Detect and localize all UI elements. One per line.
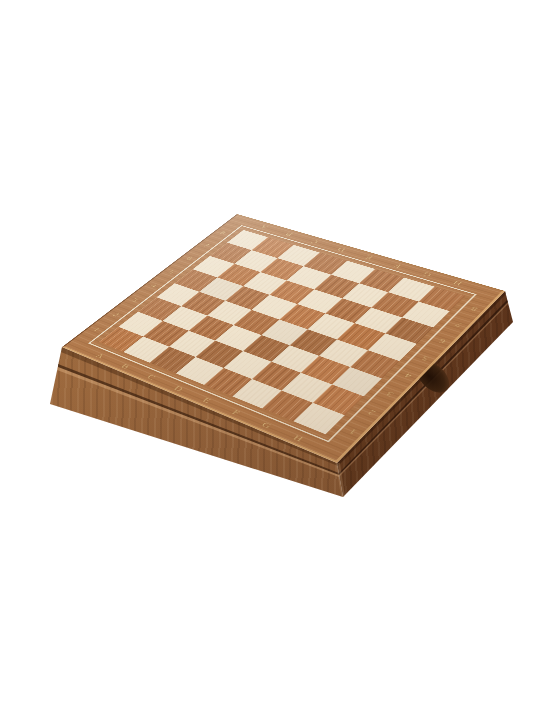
file-label-far-a: A — [259, 224, 270, 230]
file-label-far-g: G — [421, 271, 433, 278]
file-label-near-e: E — [201, 396, 213, 404]
rank-label-left-2: 2 — [111, 312, 120, 318]
file-label-near-h: H — [292, 433, 306, 442]
file-label-near-g: G — [260, 420, 273, 429]
rank-label-right-1: 1 — [347, 428, 358, 436]
rank-label-right-2: 2 — [367, 409, 378, 417]
rank-label-left-4: 4 — [149, 283, 158, 289]
file-label-far-b: B — [284, 232, 294, 238]
file-label-near-a: A — [94, 352, 106, 359]
rank-label-right-4: 4 — [403, 372, 413, 379]
file-label-far-e: E — [364, 255, 374, 261]
file-label-far-c: C — [309, 239, 320, 245]
rank-label-right-6: 6 — [437, 338, 447, 345]
chessboard: AABBCCDDEEFFGGHH1122334455667788 — [62, 214, 505, 463]
file-label-near-b: B — [120, 362, 132, 369]
file-label-far-f: F — [392, 263, 402, 269]
rank-label-left-3: 3 — [130, 297, 139, 303]
rank-label-left-1: 1 — [92, 326, 102, 332]
rank-label-right-8: 8 — [470, 305, 480, 311]
file-label-near-c: C — [146, 373, 158, 381]
rank-label-right-5: 5 — [420, 355, 430, 362]
file-label-far-h: H — [451, 280, 463, 287]
file-label-near-d: D — [173, 384, 186, 392]
rank-label-right-7: 7 — [454, 321, 464, 327]
rank-label-left-7: 7 — [202, 243, 211, 248]
file-label-near-f: F — [231, 408, 243, 416]
file-label-far-d: D — [336, 247, 347, 253]
rank-label-left-8: 8 — [219, 230, 228, 235]
rank-label-right-3: 3 — [385, 390, 396, 397]
board-field — [99, 230, 465, 434]
rank-label-left-5: 5 — [167, 269, 176, 274]
product-photo: AABBCCDDEEFFGGHH1122334455667788 — [0, 0, 540, 720]
rank-label-left-6: 6 — [185, 256, 194, 261]
